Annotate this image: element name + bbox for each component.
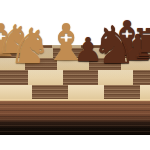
- chess-set-product-photo: ♝♞♞♝♟♞♝♟♜: [0, 0, 150, 150]
- pieces-layer: ♝♞♞♝♟♞♝♟♜: [0, 0, 150, 150]
- white-knight-foreground: ♞: [8, 22, 52, 71]
- black-knight-foreground: ♞: [91, 19, 138, 71]
